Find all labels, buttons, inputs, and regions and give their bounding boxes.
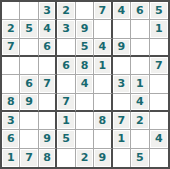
cell-r8c9: 4 [150,130,168,148]
cell-r3c4[interactable] [57,39,75,57]
cell-r2c5: 9 [76,20,94,38]
cell-r6c2: 9 [20,94,38,112]
cell-r9c6: 9 [94,149,112,167]
cell-r2c2: 5 [20,20,38,38]
cell-r4c3[interactable] [39,57,57,75]
cell-r1c2[interactable] [20,2,38,20]
cell-r2c6[interactable] [94,20,112,38]
cell-r1c6: 7 [94,2,112,20]
cell-r5c2: 6 [20,75,38,93]
cell-r7c8: 2 [131,112,149,130]
cell-r6c5[interactable] [76,94,94,112]
cell-r9c7[interactable] [113,149,131,167]
cell-r8c2[interactable] [20,130,38,148]
cell-r3c8[interactable] [131,39,149,57]
cell-r1c9: 5 [150,2,168,20]
cell-r4c5: 8 [76,57,94,75]
cell-r9c2: 7 [20,149,38,167]
cell-r5c1[interactable] [2,75,20,93]
cell-r4c4: 6 [57,57,75,75]
cell-r5c3: 7 [39,75,57,93]
cell-r5c8: 1 [131,75,149,93]
cell-r3c5: 5 [76,39,94,57]
cell-r6c4: 7 [57,94,75,112]
cell-r5c9[interactable] [150,75,168,93]
cell-r3c3: 6 [39,39,57,57]
cell-r9c4[interactable] [57,149,75,167]
cell-r8c1: 6 [2,130,20,148]
cell-r9c9[interactable] [150,149,168,167]
cell-r7c6: 8 [94,112,112,130]
cell-r2c4: 3 [57,20,75,38]
cell-r4c1[interactable] [2,57,20,75]
cell-r9c1: 1 [2,149,20,167]
cell-r6c3[interactable] [39,94,57,112]
cell-r2c7[interactable] [113,20,131,38]
cell-r4c6: 1 [94,57,112,75]
cell-r7c7: 7 [113,112,131,130]
cell-r5c5: 4 [76,75,94,93]
cell-r6c7[interactable] [113,94,131,112]
cell-r3c7: 9 [113,39,131,57]
cell-r9c8: 5 [131,149,149,167]
cell-r7c9[interactable] [150,112,168,130]
cell-r6c8: 4 [131,94,149,112]
cell-r3c1: 7 [2,39,20,57]
cell-r1c1[interactable] [2,2,20,20]
cell-r1c8: 6 [131,2,149,20]
cell-r3c6: 4 [94,39,112,57]
cell-r8c6[interactable] [94,130,112,148]
cell-r7c3[interactable] [39,112,57,130]
cell-r5c6[interactable] [94,75,112,93]
cell-r3c9[interactable] [150,39,168,57]
cell-r4c2[interactable] [20,57,38,75]
cell-r1c5[interactable] [76,2,94,20]
cell-r6c6[interactable] [94,94,112,112]
cell-r6c9[interactable] [150,94,168,112]
cell-r2c1: 2 [2,20,20,38]
sudoku-board: 3274652543917654968176743189743187269514… [0,0,170,169]
cell-r4c9: 7 [150,57,168,75]
cell-r9c5: 2 [76,149,94,167]
cell-r8c5[interactable] [76,130,94,148]
cell-r1c3: 3 [39,2,57,20]
cell-r3c2[interactable] [20,39,38,57]
cell-r7c2[interactable] [20,112,38,130]
cell-r2c9: 1 [150,20,168,38]
cell-r7c5[interactable] [76,112,94,130]
cell-r5c7: 3 [113,75,131,93]
cell-r4c8[interactable] [131,57,149,75]
cell-r7c4: 1 [57,112,75,130]
cell-r5c4[interactable] [57,75,75,93]
cell-r8c4: 5 [57,130,75,148]
cell-r2c8[interactable] [131,20,149,38]
cell-r7c1: 3 [2,112,20,130]
cell-r8c8[interactable] [131,130,149,148]
cell-r9c3: 8 [39,149,57,167]
cell-r1c4: 2 [57,2,75,20]
cell-r1c7: 4 [113,2,131,20]
cell-r2c3: 4 [39,20,57,38]
cell-r4c7[interactable] [113,57,131,75]
cell-r6c1: 8 [2,94,20,112]
cell-r8c7: 1 [113,130,131,148]
cell-r8c3: 9 [39,130,57,148]
